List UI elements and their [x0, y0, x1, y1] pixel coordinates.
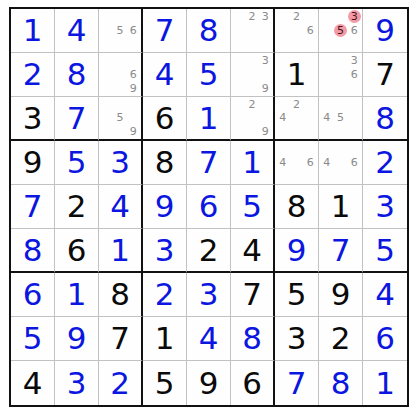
cell-r6c2[interactable]: 6 — [55, 229, 99, 273]
candidate-digit-3-highlighted[interactable]: 3 — [348, 10, 361, 23]
cell-r7c2[interactable]: 1 — [55, 273, 99, 317]
candidate-slot-empty — [276, 170, 289, 183]
solved-digit: 1 — [375, 368, 395, 399]
candidate-grid: 24 — [276, 98, 317, 138]
solved-digit: 3 — [375, 191, 395, 222]
candidate-slot-empty — [245, 111, 258, 124]
candidate-slot-empty — [304, 98, 317, 111]
candidate-slot-empty — [100, 68, 113, 81]
solved-digit: 7 — [331, 235, 351, 266]
candidate-digit-4[interactable]: 4 — [320, 111, 333, 124]
cell-r3c6[interactable]: 29 — [231, 97, 275, 141]
cell-r7c1[interactable]: 6 — [11, 273, 55, 317]
candidate-slot-empty — [276, 38, 289, 51]
solved-digit: 5 — [23, 323, 43, 354]
cell-r2c1[interactable]: 2 — [11, 53, 55, 97]
solved-digit: 5 — [242, 191, 262, 222]
candidate-slot-empty — [245, 54, 258, 67]
cell-r7c9[interactable]: 4 — [363, 273, 407, 317]
cell-r2c6[interactable]: 39 — [231, 53, 275, 97]
candidate-grid: 46 — [276, 142, 317, 183]
candidate-slot-empty — [259, 24, 272, 37]
cell-r3c2[interactable]: 7 — [55, 97, 99, 141]
given-digit: 3 — [287, 323, 307, 354]
cell-r8c6[interactable]: 8 — [231, 317, 275, 361]
candidate-slot-empty — [232, 38, 245, 51]
candidate-grid: 59 — [100, 98, 140, 138]
solved-digit: 9 — [67, 323, 87, 354]
candidate-grid: 26 — [276, 10, 317, 51]
solved-digit: 4 — [110, 191, 130, 222]
candidate-digit-6[interactable]: 6 — [127, 68, 140, 81]
given-digit: 2 — [199, 235, 219, 266]
candidate-slot-empty — [320, 24, 333, 37]
cell-r7c4[interactable]: 2 — [143, 273, 187, 317]
candidate-slot-empty — [127, 98, 140, 111]
candidate-slot-empty — [276, 125, 289, 138]
candidate-slot-empty — [232, 125, 245, 138]
candidate-grid: 69 — [100, 54, 140, 95]
solved-digit: 1 — [199, 103, 219, 134]
sudoku-board: 1456782326356928694539136737596129244589… — [9, 7, 409, 407]
given-digit: 1 — [331, 191, 351, 222]
candidate-slot-empty — [334, 98, 347, 111]
candidate-slot-empty — [100, 98, 113, 111]
solved-digit: 2 — [155, 279, 175, 310]
candidate-slot-empty — [334, 82, 347, 95]
given-digit: 4 — [23, 368, 43, 399]
cell-r8c3[interactable]: 7 — [99, 317, 143, 361]
cell-r4c2[interactable]: 5 — [55, 141, 99, 185]
solved-digit: 3 — [155, 235, 175, 266]
solved-digit: 5 — [375, 235, 395, 266]
candidate-slot-empty — [245, 38, 258, 51]
solved-digit: 8 — [242, 323, 262, 354]
cell-r1c3[interactable]: 56 — [99, 9, 143, 53]
cell-r4c1[interactable]: 9 — [11, 141, 55, 185]
candidate-grid: 56 — [100, 10, 140, 51]
candidate-slot-empty — [304, 38, 317, 51]
cell-r1c2[interactable]: 4 — [55, 9, 99, 53]
candidate-slot-empty — [100, 10, 113, 23]
candidate-digit-3[interactable]: 3 — [259, 10, 272, 23]
candidate-digit-5[interactable]: 5 — [113, 111, 126, 124]
candidate-digit-6[interactable]: 6 — [348, 68, 361, 81]
cell-r6c6[interactable]: 4 — [231, 229, 275, 273]
cell-r8c9[interactable]: 6 — [363, 317, 407, 361]
candidate-slot-empty — [232, 82, 245, 95]
given-digit: 9 — [331, 279, 351, 310]
cell-r9c7[interactable]: 7 — [275, 361, 319, 405]
candidate-digit-2[interactable]: 2 — [290, 98, 303, 111]
cell-r9c2[interactable]: 3 — [55, 361, 99, 405]
candidate-slot-empty — [113, 68, 126, 81]
candidate-grid: 23 — [232, 10, 272, 51]
cell-r3c8[interactable]: 45 — [319, 97, 363, 141]
cell-r5c2[interactable]: 2 — [55, 185, 99, 229]
cell-r4c8[interactable]: 46 — [319, 141, 363, 185]
solved-digit: 8 — [375, 103, 395, 134]
solved-digit: 8 — [23, 235, 43, 266]
candidate-slot-empty — [290, 24, 303, 37]
solved-digit: 3 — [199, 279, 219, 310]
solved-digit: 6 — [375, 323, 395, 354]
candidate-slot-empty — [348, 170, 361, 183]
cell-r6c1[interactable]: 8 — [11, 229, 55, 273]
solved-digit: 5 — [67, 147, 87, 178]
cell-r2c7[interactable]: 1 — [275, 53, 319, 97]
candidate-slot-empty — [348, 125, 361, 138]
candidate-digit-9[interactable]: 9 — [259, 125, 272, 138]
candidate-slot-empty — [232, 24, 245, 37]
solved-digit: 1 — [110, 235, 130, 266]
solved-digit: 2 — [23, 59, 43, 90]
candidate-digit-3[interactable]: 3 — [259, 54, 272, 67]
candidate-slot-empty — [334, 142, 347, 155]
cell-r1c7[interactable]: 26 — [275, 9, 319, 53]
given-digit: 7 — [110, 323, 130, 354]
given-digit: 1 — [287, 59, 307, 90]
cell-r2c2[interactable]: 8 — [55, 53, 99, 97]
candidate-slot-empty — [304, 10, 317, 23]
candidate-slot-empty — [320, 10, 333, 23]
cell-r6c3[interactable]: 1 — [99, 229, 143, 273]
candidate-slot-empty — [276, 98, 289, 111]
candidate-slot-empty — [100, 54, 113, 67]
candidate-slot-empty — [290, 125, 303, 138]
cell-r4c6[interactable]: 1 — [231, 141, 275, 185]
candidate-slot-empty — [320, 68, 333, 81]
cell-r2c8[interactable]: 36 — [319, 53, 363, 97]
cell-r1c1[interactable]: 1 — [11, 9, 55, 53]
cell-r1c9[interactable]: 9 — [363, 9, 407, 53]
solved-digit: 6 — [23, 279, 43, 310]
solved-digit: 4 — [67, 15, 87, 46]
cell-r9c9[interactable]: 1 — [363, 361, 407, 405]
cell-r9c5[interactable]: 9 — [187, 361, 231, 405]
candidate-slot-empty — [290, 38, 303, 51]
candidate-slot-empty — [100, 82, 113, 95]
cell-r4c9[interactable]: 2 — [363, 141, 407, 185]
cell-r2c9[interactable]: 7 — [363, 53, 407, 97]
cell-r6c9[interactable]: 5 — [363, 229, 407, 273]
candidate-slot-empty — [334, 38, 347, 51]
candidate-digit-4[interactable]: 4 — [276, 111, 289, 124]
candidate-slot-empty — [232, 10, 245, 23]
given-digit: 9 — [23, 147, 43, 178]
given-digit: 8 — [110, 279, 130, 310]
cell-r3c3[interactable]: 59 — [99, 97, 143, 141]
candidate-slot-empty — [232, 111, 245, 124]
cell-r4c4[interactable]: 8 — [143, 141, 187, 185]
candidate-slot-empty — [113, 125, 126, 138]
given-digit: 7 — [242, 279, 262, 310]
candidate-digit-2[interactable]: 2 — [245, 98, 258, 111]
solved-digit: 7 — [199, 147, 219, 178]
cell-r8c5[interactable]: 4 — [187, 317, 231, 361]
candidate-slot-empty — [276, 10, 289, 23]
cell-r9c1[interactable]: 4 — [11, 361, 55, 405]
candidate-slot-empty — [245, 125, 258, 138]
candidate-slot-empty — [276, 142, 289, 155]
cell-r5c5[interactable]: 6 — [187, 185, 231, 229]
cell-r3c9[interactable]: 8 — [363, 97, 407, 141]
candidate-grid: 356 — [320, 10, 361, 51]
cell-r1c8[interactable]: 356 — [319, 9, 363, 53]
candidate-slot-empty — [232, 98, 245, 111]
solved-digit: 4 — [375, 279, 395, 310]
candidate-slot-empty — [113, 82, 126, 95]
solved-digit: 8 — [331, 368, 351, 399]
candidate-slot-empty — [290, 156, 303, 169]
cell-r6c5[interactable]: 2 — [187, 229, 231, 273]
candidate-digit-5[interactable]: 5 — [334, 111, 347, 124]
candidate-slot-empty — [127, 10, 140, 23]
solved-digit: 3 — [110, 147, 130, 178]
candidate-slot-empty — [348, 142, 361, 155]
given-digit: 8 — [287, 191, 307, 222]
candidate-slot-empty — [127, 54, 140, 67]
solved-digit: 3 — [67, 368, 87, 399]
solved-digit: 1 — [67, 279, 87, 310]
cell-r8c2[interactable]: 9 — [55, 317, 99, 361]
candidate-digit-5[interactable]: 5 — [113, 24, 126, 37]
candidate-slot-empty — [127, 38, 140, 51]
candidate-digit-6[interactable]: 6 — [348, 156, 361, 169]
cell-r6c4[interactable]: 3 — [143, 229, 187, 273]
cell-r7c8[interactable]: 9 — [319, 273, 363, 317]
candidate-slot-empty — [320, 38, 333, 51]
candidate-slot-empty — [259, 111, 272, 124]
given-digit: 1 — [155, 323, 175, 354]
candidate-slot-empty — [127, 111, 140, 124]
given-digit: 6 — [242, 368, 262, 399]
candidate-slot-empty — [304, 125, 317, 138]
given-digit: 2 — [67, 191, 87, 222]
cell-r8c7[interactable]: 3 — [275, 317, 319, 361]
cell-r5c3[interactable]: 4 — [99, 185, 143, 229]
candidate-slot-empty — [100, 38, 113, 51]
cell-r5c4[interactable]: 9 — [143, 185, 187, 229]
cell-r8c4[interactable]: 1 — [143, 317, 187, 361]
candidate-digit-3[interactable]: 3 — [348, 54, 361, 67]
solved-digit: 6 — [199, 191, 219, 222]
cell-r2c3[interactable]: 69 — [99, 53, 143, 97]
solved-digit: 5 — [199, 59, 219, 90]
candidate-slot-empty — [113, 10, 126, 23]
candidate-slot-empty — [320, 125, 333, 138]
solved-digit: 7 — [155, 15, 175, 46]
solved-digit: 4 — [155, 59, 175, 90]
candidate-slot-empty — [304, 170, 317, 183]
candidate-slot-empty — [276, 24, 289, 37]
candidate-slot-empty — [290, 142, 303, 155]
candidate-slot-empty — [232, 68, 245, 81]
cell-r6c8[interactable]: 7 — [319, 229, 363, 273]
cell-r1c5[interactable]: 8 — [187, 9, 231, 53]
cell-r5c9[interactable]: 3 — [363, 185, 407, 229]
solved-digit: 9 — [287, 235, 307, 266]
cell-r5c1[interactable]: 7 — [11, 185, 55, 229]
solved-digit: 7 — [287, 368, 307, 399]
cell-r7c3[interactable]: 8 — [99, 273, 143, 317]
candidate-grid: 46 — [320, 142, 361, 183]
cell-r3c7[interactable]: 24 — [275, 97, 319, 141]
given-digit: 9 — [199, 368, 219, 399]
candidate-digit-6[interactable]: 6 — [304, 156, 317, 169]
candidate-slot-empty — [245, 68, 258, 81]
candidate-slot-empty — [320, 142, 333, 155]
cell-r9c6[interactable]: 6 — [231, 361, 275, 405]
given-digit: 7 — [375, 59, 395, 90]
cell-r9c8[interactable]: 8 — [319, 361, 363, 405]
candidate-digit-4[interactable]: 4 — [320, 156, 333, 169]
candidate-slot-empty — [100, 125, 113, 138]
candidate-slot-empty — [245, 24, 258, 37]
given-digit: 4 — [242, 235, 262, 266]
candidate-slot-empty — [334, 68, 347, 81]
candidate-slot-empty — [259, 68, 272, 81]
cell-r3c5[interactable]: 1 — [187, 97, 231, 141]
solved-digit: 2 — [110, 368, 130, 399]
candidate-grid: 29 — [232, 98, 272, 138]
given-digit: 6 — [155, 103, 175, 134]
candidate-digit-9[interactable]: 9 — [259, 82, 272, 95]
candidate-slot-empty — [100, 24, 113, 37]
cell-r9c4[interactable]: 5 — [143, 361, 187, 405]
solved-digit: 9 — [375, 15, 395, 46]
candidate-grid: 36 — [320, 54, 361, 95]
given-digit: 5 — [155, 368, 175, 399]
given-digit: 2 — [331, 323, 351, 354]
candidate-slot-empty — [232, 54, 245, 67]
candidate-digit-6[interactable]: 6 — [304, 24, 317, 37]
candidate-slot-empty — [259, 98, 272, 111]
cell-r7c5[interactable]: 3 — [187, 273, 231, 317]
solved-digit: 2 — [375, 147, 395, 178]
candidate-slot-empty — [304, 142, 317, 155]
cell-r5c7[interactable]: 8 — [275, 185, 319, 229]
candidate-digit-6[interactable]: 6 — [348, 24, 361, 37]
cell-r3c1[interactable]: 3 — [11, 97, 55, 141]
given-digit: 6 — [67, 235, 87, 266]
candidate-slot-empty — [334, 156, 347, 169]
sudoku-app: 1456782326356928694539136737596129244589… — [0, 0, 417, 414]
candidate-slot-empty — [348, 98, 361, 111]
cell-r1c6[interactable]: 23 — [231, 9, 275, 53]
candidate-digit-2[interactable]: 2 — [245, 10, 258, 23]
cell-r9c3[interactable]: 2 — [99, 361, 143, 405]
cell-r5c8[interactable]: 1 — [319, 185, 363, 229]
candidate-slot-empty — [320, 82, 333, 95]
candidate-slot-empty — [304, 111, 317, 124]
candidate-slot-empty — [320, 54, 333, 67]
solved-digit: 4 — [199, 323, 219, 354]
cell-r7c6[interactable]: 7 — [231, 273, 275, 317]
candidate-slot-empty — [290, 111, 303, 124]
given-digit: 3 — [23, 103, 43, 134]
candidate-slot-empty — [320, 170, 333, 183]
cell-r4c3[interactable]: 3 — [99, 141, 143, 185]
cell-r6c7[interactable]: 9 — [275, 229, 319, 273]
candidate-slot-empty — [100, 111, 113, 124]
candidate-slot-empty — [348, 38, 361, 51]
candidate-slot-empty — [320, 98, 333, 111]
cell-r1c4[interactable]: 7 — [143, 9, 187, 53]
candidate-slot-empty — [113, 98, 126, 111]
candidate-slot-empty — [334, 54, 347, 67]
solved-digit: 1 — [23, 15, 43, 46]
candidate-grid: 39 — [232, 54, 272, 95]
candidate-slot-empty — [348, 111, 361, 124]
candidate-slot-empty — [290, 170, 303, 183]
cell-r3c4[interactable]: 6 — [143, 97, 187, 141]
solved-digit: 9 — [155, 191, 175, 222]
candidate-digit-9[interactable]: 9 — [127, 82, 140, 95]
solved-digit: 1 — [242, 147, 262, 178]
candidate-digit-9[interactable]: 9 — [127, 125, 140, 138]
given-digit: 5 — [287, 279, 307, 310]
cell-r8c8[interactable]: 2 — [319, 317, 363, 361]
solved-digit: 7 — [67, 103, 87, 134]
candidate-slot-empty — [113, 38, 126, 51]
solved-digit: 8 — [67, 59, 87, 90]
cell-r2c5[interactable]: 5 — [187, 53, 231, 97]
candidate-digit-6[interactable]: 6 — [127, 24, 140, 37]
candidate-digit-5-highlighted[interactable]: 5 — [334, 24, 347, 37]
cell-r5c6[interactable]: 5 — [231, 185, 275, 229]
cell-r4c5[interactable]: 7 — [187, 141, 231, 185]
candidate-slot-empty — [113, 54, 126, 67]
candidate-slot-empty — [334, 125, 347, 138]
candidate-slot-empty — [348, 82, 361, 95]
cell-r4c7[interactable]: 46 — [275, 141, 319, 185]
candidate-slot-empty — [245, 82, 258, 95]
candidate-slot-empty — [334, 10, 347, 23]
candidate-grid: 45 — [320, 98, 361, 138]
candidate-slot-empty — [334, 170, 347, 183]
given-digit: 8 — [155, 147, 175, 178]
cell-r8c1[interactable]: 5 — [11, 317, 55, 361]
candidate-digit-2[interactable]: 2 — [290, 10, 303, 23]
candidate-digit-4[interactable]: 4 — [276, 156, 289, 169]
candidate-slot-empty — [259, 38, 272, 51]
solved-digit: 7 — [23, 191, 43, 222]
solved-digit: 8 — [199, 15, 219, 46]
cell-r2c4[interactable]: 4 — [143, 53, 187, 97]
cell-r7c7[interactable]: 5 — [275, 273, 319, 317]
